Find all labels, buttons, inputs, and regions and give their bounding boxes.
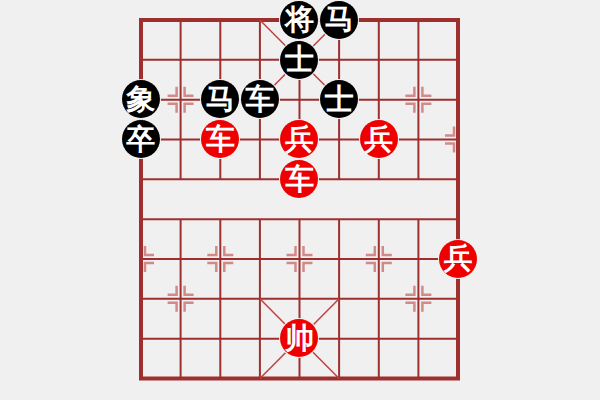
black-advisor[interactable]: 士 — [280, 41, 318, 79]
black-horse[interactable]: 马 — [320, 1, 358, 39]
red-soldier[interactable]: 兵 — [280, 120, 318, 158]
black-soldier[interactable]: 卒 — [122, 120, 160, 158]
black-horse[interactable]: 马 — [201, 80, 239, 118]
black-general[interactable]: 将 — [280, 1, 318, 39]
red-general[interactable]: 帅 — [280, 319, 318, 357]
red-chariot[interactable]: 车 — [201, 120, 239, 158]
black-chariot[interactable]: 车 — [241, 80, 279, 118]
red-soldier[interactable]: 兵 — [360, 120, 398, 158]
black-advisor[interactable]: 士 — [320, 80, 358, 118]
red-chariot[interactable]: 车 — [280, 160, 318, 198]
black-elephant[interactable]: 象 — [122, 80, 160, 118]
xiangqi-board: 将马士象马车士卒车兵兵车兵帅 — [0, 0, 600, 400]
pieces-layer: 将马士象马车士卒车兵兵车兵帅 — [121, 0, 478, 398]
red-soldier[interactable]: 兵 — [439, 240, 477, 278]
